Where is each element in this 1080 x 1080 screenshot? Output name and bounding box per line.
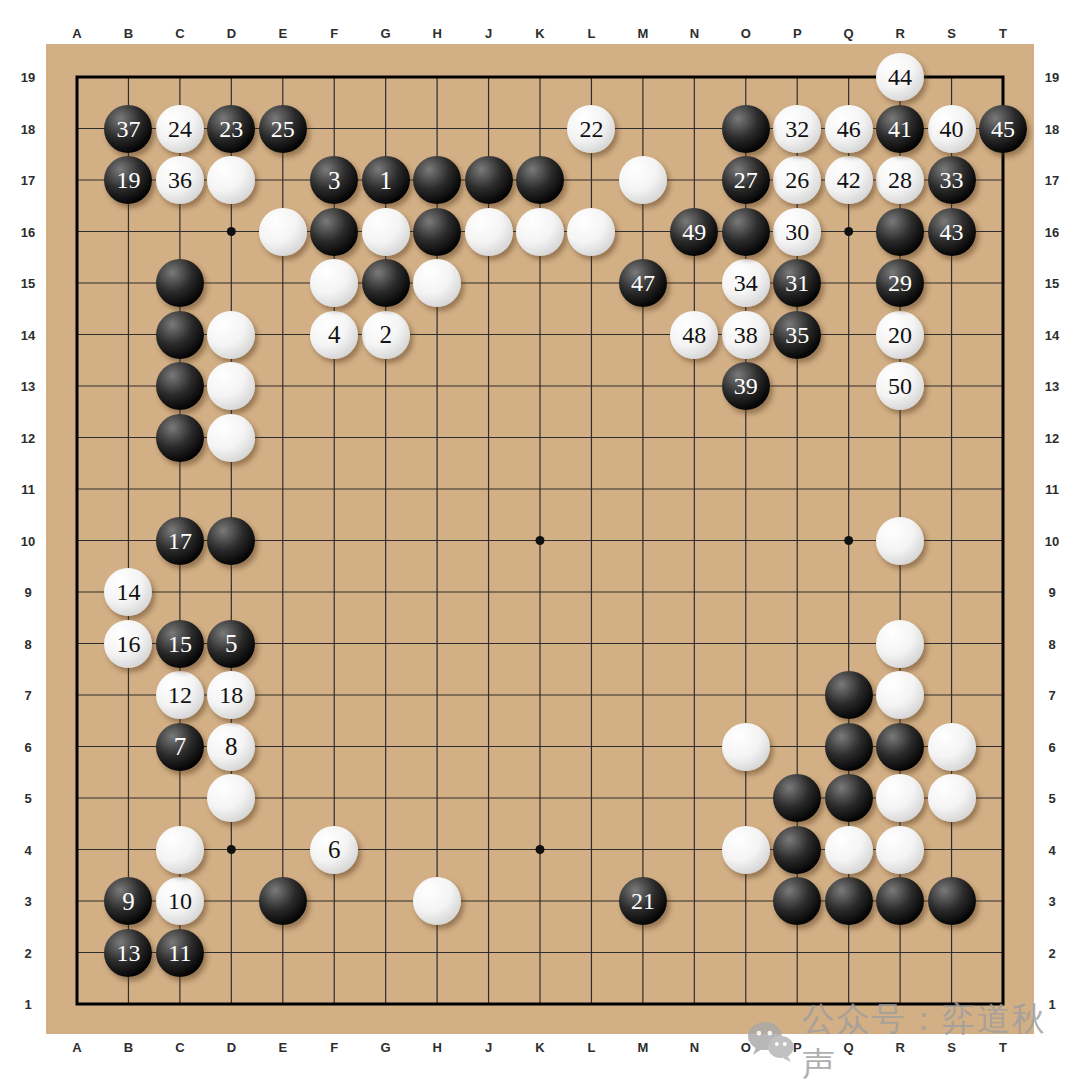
col-label-top-O: O [741,26,751,41]
col-label-top-M: M [637,26,648,41]
row-label-left-6: 6 [24,739,31,754]
col-label-bottom-K: K [535,1040,544,1055]
go-diagram: 1234567891011121314151617181920212223242… [0,0,1080,1080]
col-label-top-P: P [793,26,802,41]
col-label-top-G: G [381,26,391,41]
col-label-bottom-M: M [637,1040,648,1055]
row-label-right-18: 18 [1045,121,1059,136]
col-label-bottom-D: D [227,1040,236,1055]
row-label-left-8: 8 [24,636,31,651]
col-label-bottom-F: F [330,1040,338,1055]
col-label-top-E: E [278,26,287,41]
row-label-right-11: 11 [1045,482,1059,497]
row-label-left-1: 1 [24,997,31,1012]
col-label-top-S: S [947,26,956,41]
col-label-bottom-A: A [72,1040,81,1055]
row-label-right-16: 16 [1045,224,1059,239]
watermark-text: 公众号：弈道秋声 [802,997,1080,1080]
coordinate-labels: AABBCCDDEEFFGGHHJJKKLLMMNNOOPPQQRRSSTT19… [0,0,1080,1080]
row-label-left-9: 9 [24,585,31,600]
col-label-top-D: D [227,26,236,41]
col-label-top-R: R [895,26,904,41]
row-label-right-13: 13 [1045,379,1059,394]
col-label-top-F: F [330,26,338,41]
col-label-top-J: J [485,26,492,41]
col-label-bottom-B: B [124,1040,133,1055]
row-label-left-4: 4 [24,842,31,857]
row-label-right-3: 3 [1048,894,1055,909]
row-label-left-5: 5 [24,791,31,806]
row-label-right-14: 14 [1045,327,1059,342]
row-label-left-18: 18 [21,121,35,136]
row-label-right-10: 10 [1045,533,1059,548]
col-label-bottom-E: E [278,1040,287,1055]
row-label-right-17: 17 [1045,173,1059,188]
col-label-top-H: H [432,26,441,41]
col-label-bottom-H: H [432,1040,441,1055]
row-label-right-19: 19 [1045,70,1059,85]
col-label-top-L: L [587,26,595,41]
row-label-left-14: 14 [21,327,35,342]
col-label-bottom-C: C [175,1040,184,1055]
row-label-right-6: 6 [1048,739,1055,754]
col-label-bottom-J: J [485,1040,492,1055]
col-label-top-A: A [72,26,81,41]
row-label-right-9: 9 [1048,585,1055,600]
col-label-top-B: B [124,26,133,41]
row-label-right-15: 15 [1045,276,1059,291]
row-label-left-11: 11 [21,482,35,497]
col-label-top-K: K [535,26,544,41]
row-label-left-15: 15 [21,276,35,291]
row-label-left-10: 10 [21,533,35,548]
col-label-bottom-N: N [690,1040,699,1055]
row-label-right-7: 7 [1048,688,1055,703]
row-label-left-17: 17 [21,173,35,188]
col-label-bottom-L: L [587,1040,595,1055]
col-label-top-Q: Q [844,26,854,41]
row-label-left-13: 13 [21,379,35,394]
watermark: 公众号：弈道秋声 [746,1016,1080,1068]
row-label-right-2: 2 [1048,945,1055,960]
col-label-top-C: C [175,26,184,41]
row-label-left-2: 2 [24,945,31,960]
col-label-top-T: T [999,26,1007,41]
row-label-right-4: 4 [1048,842,1055,857]
row-label-right-12: 12 [1045,430,1059,445]
row-label-left-3: 3 [24,894,31,909]
row-label-left-7: 7 [24,688,31,703]
row-label-left-19: 19 [21,70,35,85]
row-label-right-5: 5 [1048,791,1055,806]
col-label-bottom-G: G [381,1040,391,1055]
col-label-top-N: N [690,26,699,41]
row-label-left-16: 16 [21,224,35,239]
row-label-right-8: 8 [1048,636,1055,651]
wechat-icon [746,1020,796,1064]
row-label-left-12: 12 [21,430,35,445]
